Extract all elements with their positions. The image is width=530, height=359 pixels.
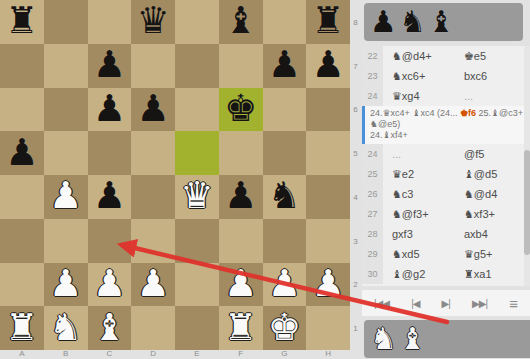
square-d7[interactable] [131, 44, 175, 88]
square-g4[interactable]: ♞ [263, 175, 307, 219]
rank-label-2: 2 [350, 280, 361, 289]
square-c4[interactable]: ♟ [88, 175, 132, 219]
square-c2[interactable]: ♟ [88, 263, 132, 307]
pocket-bishop[interactable]: ♝ [399, 324, 426, 354]
file-coordinates: ABCDEFGH [0, 349, 350, 359]
square-h7[interactable]: ♟ [306, 44, 350, 88]
move-number: 23 [362, 66, 383, 86]
board[interactable]: ♜♛♝♜♟♟♟♟♟♚♟♟♟♛♟♞♟♟♟♟♟♟♜♞♝♜♚ [0, 0, 350, 350]
pocket-bishop[interactable]: ♝ [428, 7, 455, 37]
move-row-26: 26♞c3♞@d4 [362, 184, 530, 204]
move-list-scrollbar[interactable] [524, 46, 530, 286]
square-b1[interactable]: ♞ [44, 306, 88, 350]
move-row-22: 22♞@d4+♚e5 [362, 46, 530, 66]
square-e6[interactable] [175, 88, 219, 132]
pocket-pawn[interactable]: ♟ [370, 7, 397, 37]
square-d4[interactable] [131, 175, 175, 219]
pocket-knight[interactable]: ♞ [370, 324, 397, 354]
black-pawn[interactable]: ♟ [224, 177, 257, 214]
white-queen[interactable]: ♛ [180, 177, 213, 214]
variation-block[interactable]: 24.♛xc4+ ♝xc4 (24... ♚f6 25.♝@c3+ ♞@e5)2… [362, 106, 530, 144]
black-knight[interactable]: ♞ [268, 177, 301, 214]
square-c6[interactable]: ♟ [88, 88, 132, 132]
rank-label-1: 1 [350, 324, 361, 333]
file-label-D: D [143, 349, 163, 358]
square-d1[interactable] [131, 306, 175, 350]
side-panel: ♟♞♝ 22♞@d4+♚e523♞xc6+bxc624♛xg4...24.♛xc… [362, 0, 530, 359]
square-h4[interactable] [306, 175, 350, 219]
rank-label-4: 4 [350, 193, 361, 202]
white-pawn[interactable]: ♟ [49, 177, 82, 214]
square-e8[interactable] [175, 0, 219, 44]
last-button[interactable]: ▶▶| [468, 296, 491, 311]
rank-label-5: 5 [350, 149, 361, 158]
square-f7[interactable] [219, 44, 263, 88]
black-queen[interactable]: ♛ [137, 2, 170, 39]
square-a1[interactable]: ♜ [0, 306, 44, 350]
white-king[interactable]: ♚ [268, 309, 301, 346]
square-h3[interactable] [306, 219, 350, 263]
square-b2[interactable]: ♟ [44, 263, 88, 307]
square-g5[interactable] [263, 131, 307, 175]
square-a8[interactable]: ♜ [0, 0, 44, 44]
square-g1[interactable]: ♚ [263, 306, 307, 350]
black-move[interactable]: bxc6 [462, 70, 530, 82]
white-rook[interactable]: ♜ [224, 309, 257, 346]
white-move[interactable]: ♞@f3+ [383, 208, 462, 221]
square-d5[interactable] [131, 131, 175, 175]
square-e2[interactable] [175, 263, 219, 307]
black-move[interactable]: @f5 [462, 148, 530, 160]
move-number: 30 [362, 264, 383, 284]
square-c3[interactable] [88, 219, 132, 263]
white-move[interactable]: ♛xg4 [383, 90, 462, 103]
square-c7[interactable]: ♟ [88, 44, 132, 88]
square-g7[interactable]: ♟ [263, 44, 307, 88]
move-row-30: 30♝@g2♜xa1 [362, 264, 530, 284]
square-g3[interactable] [263, 219, 307, 263]
black-pocket-tray[interactable]: ♞♝ [364, 320, 530, 358]
black-pawn[interactable]: ♟ [93, 177, 126, 214]
rank-label-8: 8 [350, 18, 361, 27]
move-number: 22 [362, 46, 383, 66]
move-list[interactable]: 22♞@d4+♚e523♞xc6+bxc624♛xg4...24.♛xc4+ ♝… [362, 46, 530, 286]
square-d3[interactable] [131, 219, 175, 263]
white-pocket-tray[interactable]: ♟♞♝ [364, 3, 523, 41]
square-e4[interactable]: ♛ [175, 175, 219, 219]
square-e1[interactable] [175, 306, 219, 350]
previous-button[interactable]: |◀ [407, 296, 423, 311]
white-move[interactable]: ♞xc6+ [383, 70, 462, 83]
square-a7[interactable] [0, 44, 44, 88]
move-number: 24 [362, 86, 383, 106]
move-number: 26 [362, 184, 383, 204]
square-f1[interactable]: ♜ [219, 306, 263, 350]
square-c5[interactable] [88, 131, 132, 175]
rank-label-6: 6 [350, 105, 361, 114]
square-e5[interactable] [175, 131, 219, 175]
square-f4[interactable]: ♟ [219, 175, 263, 219]
square-d6[interactable]: ♟ [131, 88, 175, 132]
square-f8[interactable]: ♝ [219, 0, 263, 44]
white-pawn[interactable]: ♟ [137, 265, 170, 302]
white-move[interactable]: ♛e2 [383, 168, 462, 181]
white-pawn[interactable]: ♟ [312, 265, 345, 302]
black-king[interactable]: ♚ [224, 90, 257, 127]
black-rook[interactable]: ♜ [312, 2, 345, 39]
square-f5[interactable] [219, 131, 263, 175]
square-h1[interactable] [306, 306, 350, 350]
menu-button[interactable]: ≡ [505, 293, 522, 314]
move-number: 29 [362, 244, 383, 264]
square-d8[interactable]: ♛ [131, 0, 175, 44]
square-g8[interactable] [263, 0, 307, 44]
white-bishop[interactable]: ♝ [93, 309, 126, 346]
black-move[interactable]: ♚e5 [462, 50, 530, 63]
rank-coordinates: 12345678 [350, 0, 361, 350]
file-label-E: E [187, 349, 207, 358]
black-pawn[interactable]: ♟ [268, 46, 301, 83]
move-number: 28 [362, 224, 383, 244]
square-e3[interactable] [175, 219, 219, 263]
square-b4[interactable]: ♟ [44, 175, 88, 219]
current-move[interactable]: ♚f6 [460, 108, 476, 118]
crazyhouse-analysis-app: ♜♛♝♜♟♟♟♟♟♚♟♟♟♛♟♞♟♟♟♟♟♟♜♞♝♜♚ 12345678 ABC… [0, 0, 530, 359]
black-move[interactable]: ♞xf3+ [462, 208, 530, 221]
square-c8[interactable] [88, 0, 132, 44]
black-move[interactable]: ♝@d5 [462, 168, 530, 181]
black-move[interactable]: ♛g5+ [462, 248, 530, 261]
white-knight[interactable]: ♞ [49, 309, 82, 346]
square-b8[interactable] [44, 0, 88, 44]
white-move[interactable]: gxf3 [383, 228, 462, 240]
black-move[interactable]: ... [462, 90, 530, 102]
white-move[interactable]: ♞c3 [383, 188, 462, 201]
move-number: 25 [362, 164, 383, 184]
black-pawn[interactable]: ♟ [93, 90, 126, 127]
scrollbar-thumb[interactable] [524, 150, 530, 255]
white-rook[interactable]: ♜ [5, 309, 38, 346]
file-label-G: G [274, 349, 294, 358]
move-row-25: 25♛e2♝@d5 [362, 164, 530, 184]
square-b5[interactable] [44, 131, 88, 175]
white-move[interactable]: ♝@g2 [383, 268, 462, 281]
square-b6[interactable] [44, 88, 88, 132]
square-h5[interactable] [306, 131, 350, 175]
square-d2[interactable]: ♟ [131, 263, 175, 307]
square-a3[interactable] [0, 219, 44, 263]
square-f2[interactable]: ♟ [219, 263, 263, 307]
move-row-24: 24♛xg4... [362, 86, 530, 106]
nav-toolbar: |◀◀|◀▶|▶▶|≡ [362, 290, 530, 316]
move-row-23: 23♞xc6+bxc6 [362, 66, 530, 86]
variation-text: 24.♛xc4+ ♝xc4 (24... [370, 108, 460, 118]
square-b3[interactable] [44, 219, 88, 263]
white-move[interactable]: ... [383, 148, 462, 160]
move-rows: 22♞@d4+♚e523♞xc6+bxc624♛xg4...24.♛xc4+ ♝… [362, 46, 530, 284]
file-label-B: B [56, 349, 76, 358]
square-f3[interactable] [219, 219, 263, 263]
move-row-24: 24...@f5 [362, 144, 530, 164]
black-move[interactable]: axb4 [462, 228, 530, 240]
white-move[interactable]: ♞@d4+ [383, 50, 462, 63]
square-a4[interactable] [0, 175, 44, 219]
square-g2[interactable]: ♟ [263, 263, 307, 307]
file-label-H: H [318, 349, 338, 358]
black-pawn[interactable]: ♟ [5, 134, 38, 171]
file-label-F: F [231, 349, 251, 358]
white-move[interactable]: ♞xd5 [383, 248, 462, 261]
white-pawn[interactable]: ♟ [49, 265, 82, 302]
white-pawn[interactable]: ♟ [93, 265, 126, 302]
square-b7[interactable] [44, 44, 88, 88]
variation-second-line[interactable]: 24.♝xf4+ [370, 130, 526, 141]
square-f6[interactable]: ♚ [219, 88, 263, 132]
square-h6[interactable] [306, 88, 350, 132]
white-pawn[interactable]: ♟ [224, 265, 257, 302]
square-h8[interactable]: ♜ [306, 0, 350, 44]
black-pawn[interactable]: ♟ [93, 46, 126, 83]
variation-line[interactable]: 24.♛xc4+ ♝xc4 (24... ♚f6 25.♝@c3+ ♞@e5) [370, 108, 526, 130]
pocket-knight[interactable]: ♞ [399, 7, 426, 37]
next-button[interactable]: ▶| [438, 296, 454, 311]
black-move[interactable]: ♞@d4 [462, 188, 530, 201]
first-button[interactable]: |◀◀ [370, 296, 393, 311]
square-e7[interactable] [175, 44, 219, 88]
square-a2[interactable] [0, 263, 44, 307]
move-row-27: 27♞@f3+♞xf3+ [362, 204, 530, 224]
white-pawn[interactable]: ♟ [268, 265, 301, 302]
black-move[interactable]: ♜xa1 [462, 268, 530, 281]
black-bishop[interactable]: ♝ [224, 2, 257, 39]
rank-label-7: 7 [350, 62, 361, 71]
square-a5[interactable]: ♟ [0, 131, 44, 175]
square-c1[interactable]: ♝ [88, 306, 132, 350]
black-rook[interactable]: ♜ [5, 2, 38, 39]
rank-label-3: 3 [350, 237, 361, 246]
move-number: 27 [362, 204, 383, 224]
black-pawn[interactable]: ♟ [137, 90, 170, 127]
file-label-A: A [12, 349, 32, 358]
move-row-28: 28gxf3axb4 [362, 224, 530, 244]
file-label-C: C [99, 349, 119, 358]
square-h2[interactable]: ♟ [306, 263, 350, 307]
move-number: 24 [362, 144, 383, 164]
black-pawn[interactable]: ♟ [312, 46, 345, 83]
square-a6[interactable] [0, 88, 44, 132]
square-g6[interactable] [263, 88, 307, 132]
move-row-29: 29♞xd5♛g5+ [362, 244, 530, 264]
